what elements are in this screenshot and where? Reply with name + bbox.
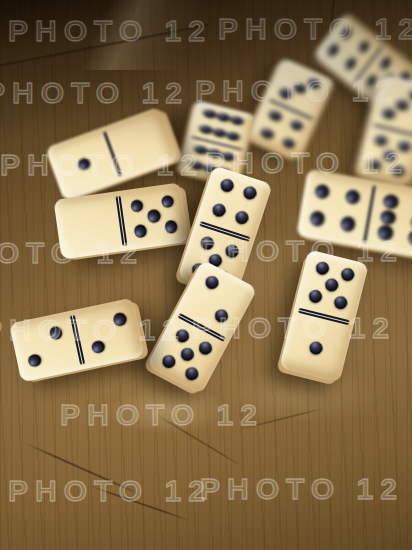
pip bbox=[160, 352, 178, 370]
pip bbox=[189, 160, 204, 171]
pip bbox=[133, 224, 147, 238]
pip bbox=[130, 199, 144, 213]
pip bbox=[314, 184, 331, 201]
pip bbox=[293, 82, 308, 96]
pip bbox=[343, 56, 357, 71]
pip bbox=[216, 111, 231, 122]
pip bbox=[307, 77, 322, 91]
pip bbox=[344, 189, 361, 206]
pip bbox=[198, 124, 213, 135]
pip bbox=[383, 194, 400, 211]
pip bbox=[397, 140, 411, 153]
pip bbox=[27, 353, 42, 368]
pip bbox=[174, 327, 192, 345]
pip bbox=[409, 89, 412, 102]
pip bbox=[147, 209, 161, 223]
pip bbox=[203, 274, 221, 292]
half-bottom-2 bbox=[73, 298, 145, 369]
pip bbox=[242, 185, 258, 201]
pip bbox=[183, 365, 201, 383]
pip bbox=[340, 266, 356, 282]
pip bbox=[197, 339, 215, 357]
pip bbox=[324, 277, 340, 293]
pip bbox=[339, 26, 353, 41]
half-top-0 bbox=[53, 192, 122, 260]
pip bbox=[281, 136, 296, 150]
pip bbox=[224, 243, 240, 259]
domino-photo: PHOTO 12PHOTO 12PHOTO 12PHOTO 12PHOTO 12… bbox=[0, 0, 412, 550]
pip bbox=[315, 260, 331, 276]
pip bbox=[268, 109, 283, 123]
pip bbox=[382, 107, 396, 120]
half-top-4 bbox=[296, 169, 373, 248]
pip bbox=[278, 87, 293, 101]
pip bbox=[260, 127, 275, 141]
pip bbox=[339, 216, 356, 233]
pip bbox=[407, 230, 412, 247]
pip bbox=[289, 118, 304, 132]
pip bbox=[219, 177, 235, 193]
pip bbox=[76, 157, 91, 172]
pip bbox=[212, 307, 230, 325]
pip bbox=[309, 210, 326, 227]
pip bbox=[356, 39, 370, 54]
pip bbox=[199, 235, 215, 251]
pip bbox=[179, 346, 197, 364]
pip bbox=[377, 225, 394, 242]
pip bbox=[391, 164, 405, 177]
pip bbox=[207, 148, 222, 159]
pip bbox=[230, 115, 245, 126]
half-top-2 bbox=[9, 311, 81, 382]
pip bbox=[221, 151, 236, 162]
pip bbox=[308, 340, 324, 356]
pip bbox=[212, 127, 227, 138]
pip bbox=[48, 325, 63, 340]
pip bbox=[226, 131, 241, 142]
pip bbox=[91, 340, 106, 355]
pip bbox=[364, 74, 378, 89]
pip bbox=[380, 209, 397, 226]
pip bbox=[202, 108, 217, 119]
pip bbox=[308, 288, 324, 304]
pip bbox=[378, 56, 392, 71]
pip bbox=[326, 43, 340, 58]
pip bbox=[234, 210, 250, 226]
pip bbox=[374, 134, 388, 147]
pip bbox=[193, 144, 208, 155]
pip bbox=[395, 98, 409, 111]
pip bbox=[112, 312, 127, 327]
pip bbox=[210, 202, 226, 218]
pip bbox=[333, 295, 349, 311]
half-bottom-5 bbox=[119, 182, 188, 250]
pip bbox=[164, 220, 178, 234]
pip bbox=[160, 195, 174, 209]
pip bbox=[383, 149, 397, 162]
pip bbox=[368, 158, 382, 171]
